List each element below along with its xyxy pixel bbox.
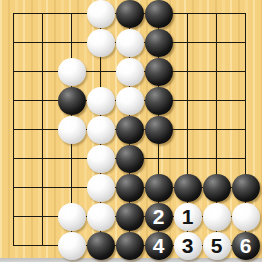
white-stone <box>203 203 231 231</box>
black-stone <box>145 174 173 202</box>
black-stone <box>145 58 173 86</box>
black-stone: 2 <box>145 203 173 231</box>
white-stone <box>58 232 86 260</box>
move-number-label: 3 <box>182 235 194 257</box>
white-stone <box>116 58 144 86</box>
go-board[interactable]: 214356 <box>0 0 262 262</box>
white-stone <box>87 29 115 57</box>
black-stone <box>116 203 144 231</box>
move-number-label: 4 <box>153 235 165 257</box>
move-number-label: 6 <box>240 235 252 257</box>
black-stone <box>116 145 144 173</box>
black-stone <box>116 174 144 202</box>
black-stone <box>203 174 231 202</box>
black-stone <box>87 232 115 260</box>
white-stone <box>87 203 115 231</box>
white-stone <box>87 145 115 173</box>
white-stone <box>232 203 260 231</box>
white-stone: 5 <box>203 232 231 260</box>
white-stone: 1 <box>174 203 202 231</box>
black-stone <box>116 232 144 260</box>
white-stone <box>87 0 115 28</box>
white-stone <box>58 58 86 86</box>
black-stone <box>145 0 173 28</box>
move-number-label: 2 <box>153 206 165 228</box>
white-stone: 3 <box>174 232 202 260</box>
move-number-label: 5 <box>211 235 223 257</box>
black-stone <box>174 174 202 202</box>
black-stone <box>145 29 173 57</box>
white-stone <box>58 203 86 231</box>
white-stone <box>87 174 115 202</box>
black-stone <box>116 0 144 28</box>
black-stone <box>116 116 144 144</box>
white-stone <box>116 29 144 57</box>
white-stone <box>87 87 115 115</box>
white-stone <box>116 87 144 115</box>
black-stone: 6 <box>232 232 260 260</box>
white-stone <box>58 116 86 144</box>
black-stone: 4 <box>145 232 173 260</box>
black-stone <box>145 87 173 115</box>
move-number-label: 1 <box>182 206 194 228</box>
white-stone <box>87 116 115 144</box>
black-stone <box>58 87 86 115</box>
black-stone <box>232 174 260 202</box>
black-stone <box>145 116 173 144</box>
